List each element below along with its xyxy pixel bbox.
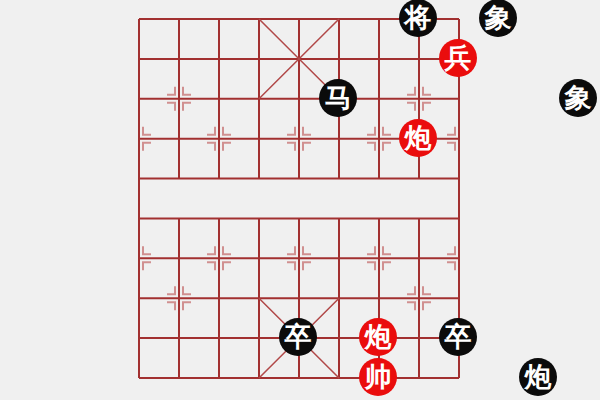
piece-black-elephant[interactable]: 象 [559, 79, 597, 117]
piece-black-elephant[interactable]: 象 [479, 0, 517, 37]
pieces-layer: 将象兵马象炮卒炮卒帅炮 [119, 0, 479, 398]
piece-red-cannon[interactable]: 炮 [399, 119, 437, 157]
piece-red-soldier[interactable]: 兵 [439, 39, 477, 77]
piece-black-soldier[interactable]: 卒 [439, 318, 477, 356]
piece-black-cannon[interactable]: 炮 [519, 358, 557, 396]
xiangqi-board[interactable]: 将象兵马象炮卒炮卒帅炮 [0, 0, 600, 400]
piece-red-cannon[interactable]: 炮 [359, 318, 397, 356]
piece-black-general[interactable]: 将 [399, 0, 437, 37]
piece-black-soldier[interactable]: 卒 [279, 318, 317, 356]
piece-red-general[interactable]: 帅 [359, 358, 397, 396]
piece-black-horse[interactable]: 马 [319, 79, 357, 117]
